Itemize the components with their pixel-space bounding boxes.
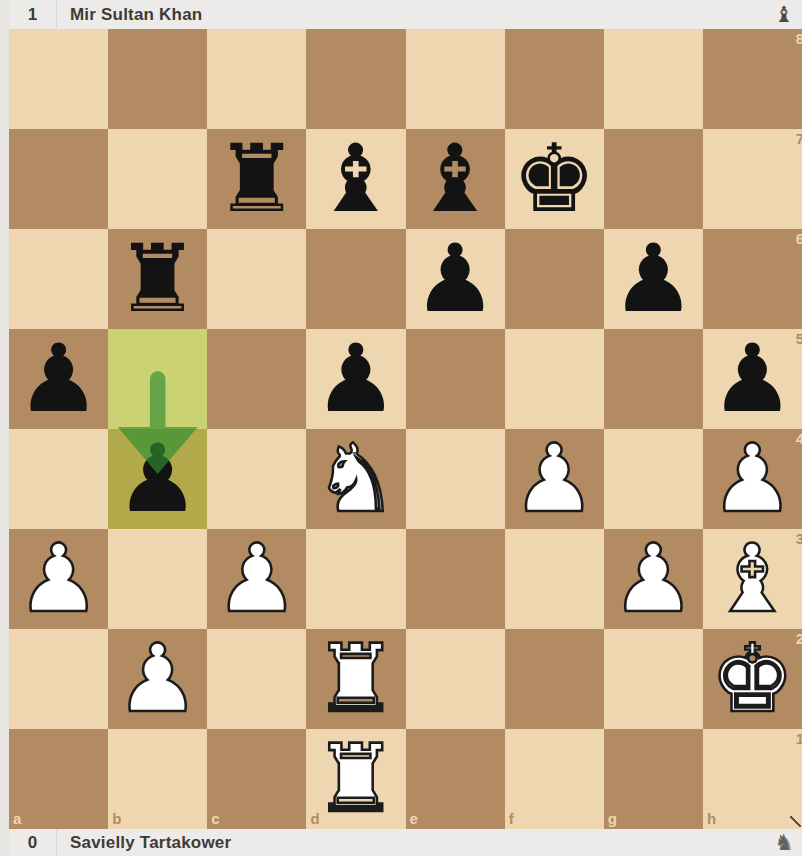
black-pawn[interactable]: ♟: [9, 329, 108, 429]
square-f1[interactable]: f: [505, 729, 604, 829]
square-e5[interactable]: [406, 329, 505, 429]
square-f2[interactable]: [505, 629, 604, 729]
square-c5[interactable]: [207, 329, 306, 429]
square-g8[interactable]: [604, 29, 703, 129]
square-e3[interactable]: [406, 529, 505, 629]
rank-label-7: 7: [796, 131, 802, 146]
square-e4[interactable]: [406, 429, 505, 529]
top-player-score: 1: [9, 0, 57, 29]
rank-label-4: 4: [796, 431, 802, 446]
file-label-c: c: [211, 811, 219, 826]
square-h3[interactable]: ♝3: [703, 529, 802, 629]
square-b5[interactable]: [108, 329, 207, 429]
black-bishop[interactable]: ♝: [406, 129, 505, 229]
square-g5[interactable]: [604, 329, 703, 429]
square-h1[interactable]: h1: [703, 729, 802, 829]
file-label-a: a: [13, 811, 21, 826]
square-h7[interactable]: 7: [703, 129, 802, 229]
square-b7[interactable]: [108, 129, 207, 229]
bottom-player-name: Savielly Tartakower: [57, 829, 231, 856]
square-d8[interactable]: [306, 29, 405, 129]
square-c4[interactable]: [207, 429, 306, 529]
square-f5[interactable]: [505, 329, 604, 429]
white-pawn[interactable]: ♟: [703, 429, 802, 529]
square-f4[interactable]: ♟: [505, 429, 604, 529]
square-a8[interactable]: [9, 29, 108, 129]
file-label-f: f: [509, 811, 514, 826]
top-player-name: Mir Sultan Khan: [57, 0, 202, 29]
rank-label-5: 5: [796, 331, 802, 346]
black-king[interactable]: ♚: [505, 129, 604, 229]
square-a3[interactable]: ♟: [9, 529, 108, 629]
square-f6[interactable]: [505, 229, 604, 329]
black-bishop-icon: ♝: [774, 0, 802, 29]
square-b1[interactable]: b: [108, 729, 207, 829]
square-c7[interactable]: ♜: [207, 129, 306, 229]
black-bishop[interactable]: ♝: [306, 129, 405, 229]
square-d1[interactable]: ♜d: [306, 729, 405, 829]
board-area: 8♜♝♝♚7♜♟♟6♟♟♟5♟♞♟♟4♟♟♟♝3♟♜♚2abc♜defgh1: [9, 29, 802, 829]
square-g3[interactable]: ♟: [604, 529, 703, 629]
square-g2[interactable]: [604, 629, 703, 729]
square-e1[interactable]: e: [406, 729, 505, 829]
white-rook[interactable]: ♜: [306, 629, 405, 729]
square-d2[interactable]: ♜: [306, 629, 405, 729]
bottom-player-bar: 0 Savielly Tartakower ♞: [0, 829, 802, 856]
square-b8[interactable]: [108, 29, 207, 129]
square-h2[interactable]: ♚2: [703, 629, 802, 729]
white-king[interactable]: ♚: [703, 629, 802, 729]
square-h5[interactable]: ♟5: [703, 329, 802, 429]
white-pawn[interactable]: ♟: [207, 529, 306, 629]
file-label-g: g: [608, 811, 617, 826]
rank-label-8: 8: [796, 31, 802, 46]
square-h8[interactable]: 8: [703, 29, 802, 129]
square-c6[interactable]: [207, 229, 306, 329]
square-a2[interactable]: [9, 629, 108, 729]
square-d6[interactable]: [306, 229, 405, 329]
board-resize-handle[interactable]: [790, 816, 801, 827]
square-f8[interactable]: [505, 29, 604, 129]
square-a4[interactable]: [9, 429, 108, 529]
bottom-player-score: 0: [9, 829, 57, 856]
square-b6[interactable]: ♜: [108, 229, 207, 329]
black-pawn[interactable]: ♟: [306, 329, 405, 429]
square-a7[interactable]: [9, 129, 108, 229]
black-pawn[interactable]: ♟: [406, 229, 505, 329]
file-label-h: h: [707, 811, 716, 826]
rank-label-6: 6: [796, 231, 802, 246]
black-rook[interactable]: ♜: [108, 229, 207, 329]
left-gutter: [0, 829, 9, 856]
black-pawn[interactable]: ♟: [604, 229, 703, 329]
square-e2[interactable]: [406, 629, 505, 729]
white-pawn[interactable]: ♟: [9, 529, 108, 629]
square-h6[interactable]: 6: [703, 229, 802, 329]
white-knight[interactable]: ♞: [306, 429, 405, 529]
left-gutter: [0, 0, 9, 29]
file-label-b: b: [112, 811, 121, 826]
square-d3[interactable]: [306, 529, 405, 629]
square-a1[interactable]: a: [9, 729, 108, 829]
file-label-d: d: [310, 811, 319, 826]
square-g7[interactable]: [604, 129, 703, 229]
rank-label-2: 2: [796, 631, 802, 646]
white-pawn[interactable]: ♟: [604, 529, 703, 629]
square-g6[interactable]: ♟: [604, 229, 703, 329]
white-pawn[interactable]: ♟: [505, 429, 604, 529]
square-d4[interactable]: ♞: [306, 429, 405, 529]
black-pawn[interactable]: ♟: [108, 429, 207, 529]
square-g1[interactable]: g: [604, 729, 703, 829]
black-pawn[interactable]: ♟: [703, 329, 802, 429]
square-a6[interactable]: [9, 229, 108, 329]
square-b3[interactable]: [108, 529, 207, 629]
black-knight-icon: ♞: [774, 829, 802, 856]
rank-label-3: 3: [796, 531, 802, 546]
square-c2[interactable]: [207, 629, 306, 729]
square-f7[interactable]: ♚: [505, 129, 604, 229]
white-rook[interactable]: ♜: [306, 729, 405, 829]
chess-board[interactable]: 8♜♝♝♚7♜♟♟6♟♟♟5♟♞♟♟4♟♟♟♝3♟♜♚2abc♜defgh1: [9, 29, 802, 829]
square-b2[interactable]: ♟: [108, 629, 207, 729]
square-d7[interactable]: ♝: [306, 129, 405, 229]
square-d5[interactable]: ♟: [306, 329, 405, 429]
square-f3[interactable]: [505, 529, 604, 629]
square-h4[interactable]: ♟4: [703, 429, 802, 529]
white-pawn[interactable]: ♟: [108, 629, 207, 729]
square-c8[interactable]: [207, 29, 306, 129]
square-e6[interactable]: ♟: [406, 229, 505, 329]
square-b4[interactable]: ♟: [108, 429, 207, 529]
rank-label-1: 1: [796, 731, 802, 746]
square-c3[interactable]: ♟: [207, 529, 306, 629]
square-c1[interactable]: c: [207, 729, 306, 829]
top-player-bar: 1 Mir Sultan Khan ♝: [0, 0, 802, 29]
black-rook[interactable]: ♜: [207, 129, 306, 229]
square-a5[interactable]: ♟: [9, 329, 108, 429]
square-g4[interactable]: [604, 429, 703, 529]
white-bishop[interactable]: ♝: [703, 529, 802, 629]
file-label-e: e: [410, 811, 418, 826]
square-e7[interactable]: ♝: [406, 129, 505, 229]
square-e8[interactable]: [406, 29, 505, 129]
